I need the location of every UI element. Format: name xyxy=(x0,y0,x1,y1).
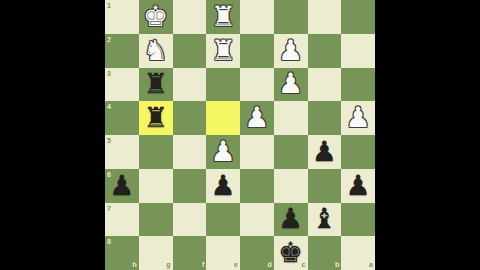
piece-white-rook[interactable]: ♜ xyxy=(206,0,240,34)
square-b8[interactable]: b xyxy=(308,236,342,270)
square-g2[interactable]: ♞ xyxy=(139,34,173,68)
piece-white-knight[interactable]: ♞ xyxy=(139,34,173,68)
square-f8[interactable]: f xyxy=(173,236,207,270)
square-g4[interactable]: ♜ xyxy=(139,101,173,135)
square-g6[interactable] xyxy=(139,169,173,203)
square-a5[interactable] xyxy=(341,135,375,169)
square-a6[interactable]: ♟ xyxy=(341,169,375,203)
square-a3[interactable] xyxy=(341,68,375,102)
piece-white-pawn[interactable]: ♟ xyxy=(206,135,240,169)
piece-black-rook[interactable]: ♜ xyxy=(139,68,173,102)
square-c6[interactable] xyxy=(274,169,308,203)
square-b2[interactable] xyxy=(308,34,342,68)
file-label-h: h xyxy=(132,261,136,268)
square-e5[interactable]: ♟ xyxy=(206,135,240,169)
letterbox-left xyxy=(0,0,105,270)
square-h5[interactable]: 5 xyxy=(105,135,139,169)
square-b5[interactable]: ♟ xyxy=(308,135,342,169)
square-a4[interactable]: ♟ xyxy=(341,101,375,135)
letterbox-right xyxy=(375,0,480,270)
chess-board: 1♚♜2♞♜♟3♜♟4♜♟♟5♟♟6♟♟♟7♟♝8hgfedc♚ba xyxy=(105,0,375,270)
rank-label-4: 4 xyxy=(107,103,111,110)
square-d3[interactable] xyxy=(240,68,274,102)
square-b3[interactable] xyxy=(308,68,342,102)
square-d5[interactable] xyxy=(240,135,274,169)
piece-black-pawn[interactable]: ♟ xyxy=(341,169,375,203)
square-g8[interactable]: g xyxy=(139,236,173,270)
square-c8[interactable]: c♚ xyxy=(274,236,308,270)
piece-white-pawn[interactable]: ♟ xyxy=(274,68,308,102)
square-c5[interactable] xyxy=(274,135,308,169)
file-label-f: f xyxy=(202,261,204,268)
rank-label-7: 7 xyxy=(107,205,111,212)
square-g5[interactable] xyxy=(139,135,173,169)
square-e4[interactable] xyxy=(206,101,240,135)
piece-black-pawn[interactable]: ♟ xyxy=(105,169,139,203)
square-b1[interactable] xyxy=(308,0,342,34)
rank-label-5: 5 xyxy=(107,137,111,144)
square-h7[interactable]: 7 xyxy=(105,203,139,237)
rank-label-8: 8 xyxy=(107,238,111,245)
square-a8[interactable]: a xyxy=(341,236,375,270)
square-a1[interactable] xyxy=(341,0,375,34)
square-b6[interactable] xyxy=(308,169,342,203)
square-h2[interactable]: 2 xyxy=(105,34,139,68)
square-e3[interactable] xyxy=(206,68,240,102)
square-f3[interactable] xyxy=(173,68,207,102)
square-a2[interactable] xyxy=(341,34,375,68)
square-d1[interactable] xyxy=(240,0,274,34)
square-a7[interactable] xyxy=(341,203,375,237)
square-c3[interactable]: ♟ xyxy=(274,68,308,102)
square-b7[interactable]: ♝ xyxy=(308,203,342,237)
square-g7[interactable] xyxy=(139,203,173,237)
square-h6[interactable]: 6♟ xyxy=(105,169,139,203)
file-label-e: e xyxy=(234,261,238,268)
rank-label-3: 3 xyxy=(107,70,111,77)
piece-black-king[interactable]: ♚ xyxy=(274,236,308,270)
square-f5[interactable] xyxy=(173,135,207,169)
square-d6[interactable] xyxy=(240,169,274,203)
file-label-b: b xyxy=(335,261,339,268)
rank-label-2: 2 xyxy=(107,36,111,43)
square-h1[interactable]: 1 xyxy=(105,0,139,34)
piece-white-pawn[interactable]: ♟ xyxy=(274,34,308,68)
square-d7[interactable] xyxy=(240,203,274,237)
square-f1[interactable] xyxy=(173,0,207,34)
square-e7[interactable] xyxy=(206,203,240,237)
piece-white-rook[interactable]: ♜ xyxy=(206,34,240,68)
file-label-g: g xyxy=(166,261,170,268)
square-b4[interactable] xyxy=(308,101,342,135)
square-f7[interactable] xyxy=(173,203,207,237)
file-label-a: a xyxy=(369,261,373,268)
piece-black-bishop[interactable]: ♝ xyxy=(308,203,342,237)
square-f4[interactable] xyxy=(173,101,207,135)
piece-black-rook[interactable]: ♜ xyxy=(139,101,173,135)
rank-label-1: 1 xyxy=(107,2,111,9)
square-c7[interactable]: ♟ xyxy=(274,203,308,237)
square-h3[interactable]: 3 xyxy=(105,68,139,102)
square-c4[interactable] xyxy=(274,101,308,135)
square-g3[interactable]: ♜ xyxy=(139,68,173,102)
piece-black-pawn[interactable]: ♟ xyxy=(206,169,240,203)
square-h8[interactable]: 8h xyxy=(105,236,139,270)
square-c1[interactable] xyxy=(274,0,308,34)
square-d2[interactable] xyxy=(240,34,274,68)
square-c2[interactable]: ♟ xyxy=(274,34,308,68)
square-e1[interactable]: ♜ xyxy=(206,0,240,34)
square-d4[interactable]: ♟ xyxy=(240,101,274,135)
square-g1[interactable]: ♚ xyxy=(139,0,173,34)
piece-white-pawn[interactable]: ♟ xyxy=(341,101,375,135)
piece-black-pawn[interactable]: ♟ xyxy=(308,135,342,169)
piece-white-king[interactable]: ♚ xyxy=(139,0,173,34)
piece-white-pawn[interactable]: ♟ xyxy=(240,101,274,135)
square-h4[interactable]: 4 xyxy=(105,101,139,135)
square-f2[interactable] xyxy=(173,34,207,68)
file-label-d: d xyxy=(267,261,271,268)
piece-black-pawn[interactable]: ♟ xyxy=(274,203,308,237)
square-e6[interactable]: ♟ xyxy=(206,169,240,203)
square-f6[interactable] xyxy=(173,169,207,203)
square-e2[interactable]: ♜ xyxy=(206,34,240,68)
square-d8[interactable]: d xyxy=(240,236,274,270)
video-frame: 1♚♜2♞♜♟3♜♟4♜♟♟5♟♟6♟♟♟7♟♝8hgfedc♚ba xyxy=(0,0,480,270)
square-e8[interactable]: e xyxy=(206,236,240,270)
